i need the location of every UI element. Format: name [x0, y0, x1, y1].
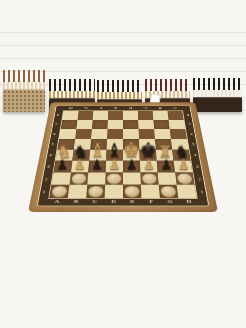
- light-checker: [51, 186, 67, 197]
- square-e2: [123, 172, 141, 184]
- background-board-box: [193, 97, 242, 112]
- coordinate-label: 1: [196, 185, 207, 198]
- square-h5: [171, 139, 189, 149]
- square-g1: [159, 185, 179, 198]
- light-checker: [125, 186, 140, 197]
- square-b4: ♞: [72, 150, 90, 161]
- square-d4: ♝: [106, 150, 123, 161]
- chess-board: ♞♞♝♝♚♚♜♞♟♟♟♟♟♟♟♟ ABCDEFGH ABCDEFGH 87654…: [28, 102, 218, 212]
- square-g2: [158, 172, 177, 184]
- coordinate-label: 7: [51, 119, 60, 129]
- dark-checker: [125, 174, 139, 184]
- square-e5: [123, 139, 139, 149]
- square-f4: ♚: [139, 150, 156, 161]
- square-f5: [139, 139, 156, 149]
- background-pieces-row: [97, 80, 142, 92]
- square-e7: [123, 120, 139, 129]
- dark-checker: [70, 186, 86, 197]
- background-chess-set: [3, 70, 45, 112]
- square-g8: [153, 111, 169, 120]
- square-e4: ♚: [123, 150, 140, 161]
- square-e8: [123, 111, 138, 120]
- dark-checker: [106, 186, 121, 197]
- background-board-box: [3, 89, 45, 112]
- square-d1: [105, 185, 123, 198]
- square-c8: [93, 111, 109, 120]
- coordinate-label: G: [78, 106, 93, 110]
- background-chess-set: [193, 78, 242, 112]
- square-h2: [175, 172, 194, 184]
- coordinate-label: 6: [187, 129, 197, 139]
- square-f2: [140, 172, 158, 184]
- dark-checker: [54, 174, 70, 184]
- square-f1: [141, 185, 160, 198]
- coordinate-label: A: [167, 106, 183, 110]
- square-b2: [69, 172, 88, 184]
- square-g7: [153, 120, 169, 129]
- square-e1: [123, 185, 141, 198]
- square-a3: ♟: [54, 161, 73, 173]
- light-checker: [107, 174, 121, 184]
- background-pieces-row: [3, 82, 45, 89]
- square-a5: [57, 139, 75, 149]
- square-h8: [167, 111, 183, 120]
- square-d7: [107, 120, 123, 129]
- coordinate-label: D: [123, 106, 138, 110]
- light-checker: [142, 174, 157, 184]
- square-f3: ♟: [140, 161, 158, 173]
- square-h7: [169, 120, 186, 129]
- coordinate-label: 7: [185, 119, 194, 129]
- light-checker: [161, 186, 177, 197]
- square-c1: [86, 185, 105, 198]
- square-c3: ♟: [88, 161, 106, 173]
- light-checker: [177, 174, 193, 184]
- square-f7: [138, 120, 154, 129]
- coordinate-label: F: [93, 106, 108, 110]
- square-g5: [155, 139, 172, 149]
- square-c5: [90, 139, 107, 149]
- square-b1: [68, 185, 88, 198]
- coordinate-label: 2: [194, 173, 205, 186]
- square-c4: ♝: [89, 150, 106, 161]
- background-pieces-row: [193, 90, 242, 97]
- square-c7: [92, 120, 108, 129]
- square-h4: ♞: [172, 150, 190, 161]
- square-d3: ♟: [106, 161, 123, 173]
- coordinate-label: 6: [50, 129, 60, 139]
- square-d5: [107, 139, 123, 149]
- coordinate-label: E: [108, 106, 123, 110]
- background-pieces-row: [49, 91, 95, 98]
- coordinate-label: H: [63, 106, 79, 110]
- board-field: ♞♞♝♝♚♚♜♞♟♟♟♟♟♟♟♟: [48, 110, 197, 198]
- dark-checker: [160, 174, 175, 184]
- square-d2: [105, 172, 123, 184]
- square-c2: [87, 172, 105, 184]
- coordinate-label: C: [138, 106, 153, 110]
- square-a2: [52, 172, 71, 184]
- square-d8: [108, 111, 123, 120]
- background-pieces-row: [3, 70, 45, 82]
- square-b7: [76, 120, 92, 129]
- board-perspective-wrap: ♞♞♝♝♚♚♜♞♟♟♟♟♟♟♟♟ ABCDEFGH ABCDEFGH 87654…: [23, 116, 223, 212]
- square-a7: [61, 120, 78, 129]
- square-a4: ♞: [56, 150, 74, 161]
- light-checker: [71, 174, 86, 184]
- dark-checker: [179, 186, 195, 197]
- square-h3: ♟: [174, 161, 193, 173]
- coordinate-label: B: [153, 106, 168, 110]
- square-a8: [62, 111, 78, 120]
- square-f8: [138, 111, 154, 120]
- dark-checker: [143, 186, 158, 197]
- square-a1: [49, 185, 69, 198]
- square-h1: [177, 185, 197, 198]
- background-pieces-row: [49, 79, 95, 91]
- product-photo: ♞♞♝♝♚♚♜♞♟♟♟♟♟♟♟♟ ABCDEFGH ABCDEFGH 87654…: [0, 0, 246, 328]
- coordinate-label: 3: [192, 161, 203, 173]
- background-pieces-row: [97, 92, 142, 99]
- square-g3: ♟: [157, 161, 175, 173]
- coordinate-label: 8: [53, 110, 62, 119]
- light-checker: [88, 186, 103, 197]
- dark-checker: [89, 174, 104, 184]
- square-b8: [77, 111, 93, 120]
- coordinate-label: 8: [184, 110, 193, 119]
- background-pieces-row: [145, 79, 190, 91]
- square-g4: ♜: [156, 150, 174, 161]
- coordinate-label: 4: [190, 150, 200, 161]
- square-b5: [74, 139, 91, 149]
- file-labels-top: ABCDEFGH: [63, 106, 183, 110]
- square-b3: ♟: [71, 161, 89, 173]
- square-e3: ♟: [123, 161, 140, 173]
- background-pieces-row: [193, 78, 242, 90]
